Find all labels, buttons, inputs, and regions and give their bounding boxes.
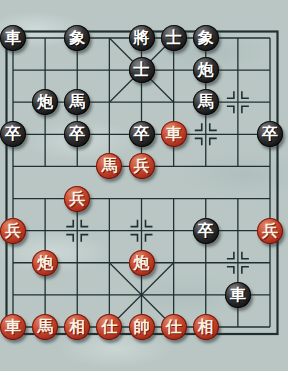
red-soldier[interactable]: 兵 bbox=[257, 218, 283, 244]
point-marker bbox=[210, 138, 217, 145]
red-horse[interactable]: 馬 bbox=[32, 314, 58, 340]
red-cannon[interactable]: 炮 bbox=[129, 250, 155, 276]
red-soldier[interactable]: 兵 bbox=[129, 153, 155, 179]
red-chariot[interactable]: 車 bbox=[0, 314, 26, 340]
point-marker bbox=[131, 235, 138, 242]
point-marker bbox=[242, 267, 249, 274]
black-chariot[interactable]: 車 bbox=[225, 282, 251, 308]
black-chariot[interactable]: 車 bbox=[0, 25, 26, 51]
point-marker bbox=[227, 91, 234, 98]
xiangqi-app: 車象將士象士炮炮馬馬卒卒卒卒卒車車馬兵兵兵兵炮炮車馬相仕帥仕相 bbox=[0, 0, 288, 371]
black-soldier[interactable]: 卒 bbox=[129, 121, 155, 147]
point-marker bbox=[210, 123, 217, 130]
black-cannon[interactable]: 炮 bbox=[193, 57, 219, 83]
point-marker bbox=[227, 106, 234, 113]
black-advisor[interactable]: 士 bbox=[161, 25, 187, 51]
point-marker bbox=[66, 220, 73, 227]
red-advisor[interactable]: 仕 bbox=[161, 314, 187, 340]
point-marker bbox=[146, 235, 153, 242]
point-marker bbox=[242, 91, 249, 98]
point-marker bbox=[227, 252, 234, 259]
point-marker bbox=[227, 267, 234, 274]
point-marker bbox=[66, 235, 73, 242]
point-marker bbox=[242, 252, 249, 259]
black-horse[interactable]: 馬 bbox=[193, 89, 219, 115]
red-soldier[interactable]: 兵 bbox=[0, 218, 26, 244]
red-chariot[interactable]: 車 bbox=[161, 121, 187, 147]
black-elephant[interactable]: 象 bbox=[193, 25, 219, 51]
point-marker bbox=[146, 220, 153, 227]
red-general[interactable]: 帥 bbox=[129, 314, 155, 340]
black-general[interactable]: 將 bbox=[129, 25, 155, 51]
point-marker bbox=[81, 235, 88, 242]
red-cannon[interactable]: 炮 bbox=[32, 250, 58, 276]
point-marker bbox=[195, 123, 202, 130]
point-marker bbox=[81, 220, 88, 227]
point-marker bbox=[195, 138, 202, 145]
point-marker bbox=[131, 220, 138, 227]
point-marker bbox=[242, 106, 249, 113]
red-soldier[interactable]: 兵 bbox=[64, 186, 90, 212]
black-soldier[interactable]: 卒 bbox=[193, 218, 219, 244]
black-advisor[interactable]: 士 bbox=[129, 57, 155, 83]
red-elephant[interactable]: 相 bbox=[193, 314, 219, 340]
